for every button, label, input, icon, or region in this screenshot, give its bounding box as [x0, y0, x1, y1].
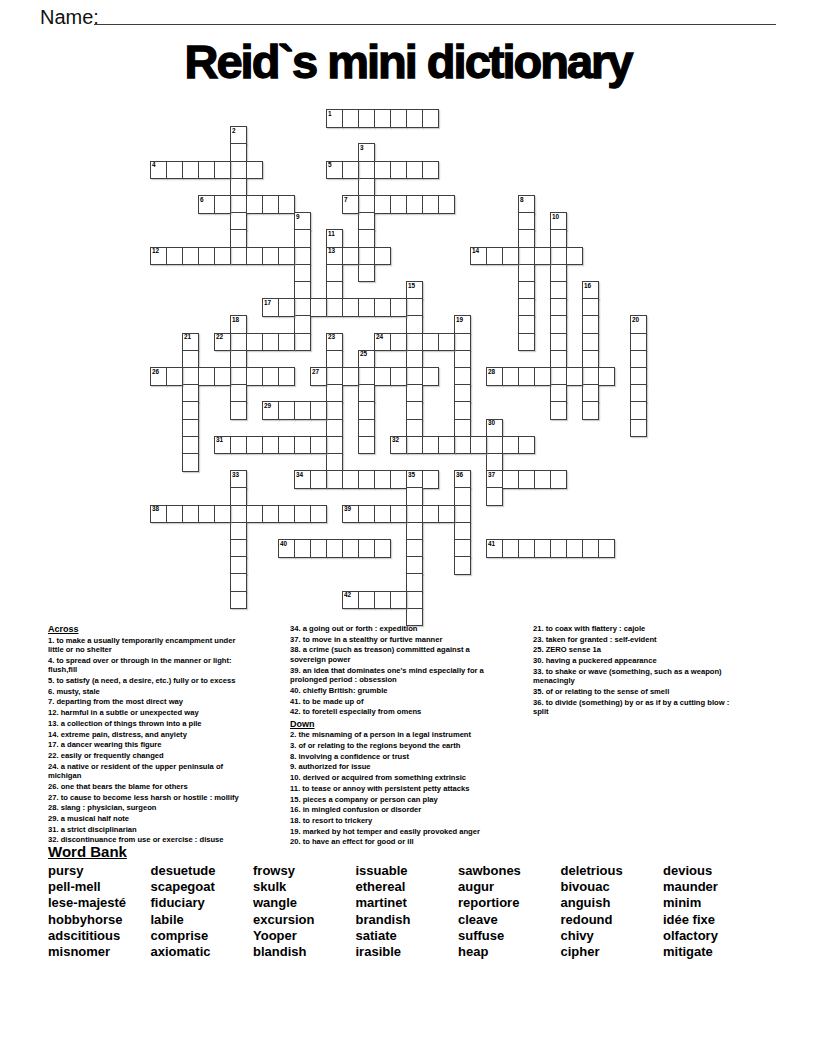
grid-cell[interactable] [582, 539, 599, 558]
grid-cell[interactable]: 21 [182, 333, 199, 352]
grid-cell[interactable] [358, 109, 375, 128]
grid-cell[interactable] [454, 419, 471, 438]
grid-cell[interactable] [326, 281, 343, 300]
grid-cell[interactable] [230, 436, 247, 455]
grid-cell[interactable] [358, 195, 375, 214]
grid-cell[interactable]: 40 [278, 539, 295, 558]
grid-cell[interactable] [326, 350, 343, 369]
clue-across-6: 6. musty, stale [48, 687, 308, 697]
grid-cell[interactable] [374, 367, 391, 386]
grid-cell[interactable] [310, 505, 327, 524]
grid-cell[interactable] [534, 539, 551, 558]
grid-cell[interactable]: 2 [230, 126, 247, 145]
grid-cell[interactable] [358, 247, 375, 266]
grid-cell[interactable]: 5 [326, 161, 343, 180]
grid-cell[interactable] [534, 247, 551, 266]
grid-cell[interactable] [406, 350, 423, 369]
grid-cell[interactable]: 39 [342, 505, 359, 524]
grid-cell[interactable] [502, 539, 519, 558]
grid-cell[interactable] [374, 298, 391, 317]
grid-cell[interactable] [406, 367, 423, 386]
grid-cell[interactable] [246, 505, 263, 524]
grid-cell[interactable]: 34 [294, 470, 311, 489]
grid-cell[interactable] [390, 505, 407, 524]
grid-cell[interactable] [358, 384, 375, 403]
grid-cell[interactable] [582, 350, 599, 369]
grid-cell[interactable]: 41 [486, 539, 503, 558]
grid-cell[interactable] [358, 401, 375, 420]
grid-cell[interactable] [406, 109, 423, 128]
clue-across-29: 29. a musical half note [48, 814, 308, 824]
clue-number: 37 [488, 471, 495, 478]
grid-cell[interactable] [214, 247, 231, 266]
grid-cell[interactable] [486, 453, 503, 472]
grid-cell[interactable] [454, 522, 471, 541]
grid-cell[interactable] [518, 229, 535, 248]
grid-cell[interactable]: 10 [550, 212, 567, 231]
grid-cell[interactable] [166, 161, 183, 180]
grid-cell[interactable] [326, 470, 343, 489]
grid-cell[interactable]: 30 [486, 419, 503, 438]
grid-cell[interactable] [294, 229, 311, 248]
grid-cell[interactable] [406, 401, 423, 420]
grid-cell[interactable] [502, 470, 519, 489]
across-clue-list-1: 1. to make a usually temporarily encampm… [48, 636, 308, 845]
grid-cell[interactable] [406, 384, 423, 403]
grid-cell[interactable]: 18 [230, 315, 247, 334]
grid-cell[interactable] [438, 333, 455, 352]
grid-cell[interactable] [406, 539, 423, 558]
grid-cell[interactable] [278, 298, 295, 317]
grid-cell[interactable] [214, 505, 231, 524]
grid-cell[interactable] [310, 298, 327, 317]
grid-cell[interactable] [630, 350, 647, 369]
grid-cell[interactable] [454, 367, 471, 386]
grid-cell[interactable] [230, 333, 247, 352]
grid-cell[interactable] [294, 281, 311, 300]
grid-cell[interactable] [182, 367, 199, 386]
grid-cell[interactable] [518, 436, 535, 455]
grid-cell[interactable] [438, 436, 455, 455]
grid-cell[interactable] [358, 264, 375, 283]
grid-cell[interactable] [326, 298, 343, 317]
grid-cell[interactable] [294, 298, 311, 317]
grid-cell[interactable]: 13 [326, 247, 343, 266]
grid-cell[interactable] [358, 161, 375, 180]
grid-cell[interactable] [630, 384, 647, 403]
grid-cell[interactable]: 14 [470, 247, 487, 266]
grid-cell[interactable]: 17 [262, 298, 279, 317]
grid-cell[interactable] [262, 436, 279, 455]
word-bank-item: reportiore [458, 895, 561, 911]
grid-cell[interactable] [278, 195, 295, 214]
grid-cell[interactable] [582, 401, 599, 420]
grid-cell[interactable] [230, 178, 247, 197]
grid-cell[interactable] [406, 591, 423, 610]
word-bank-item: desuetude [151, 863, 254, 879]
grid-cell[interactable] [230, 591, 247, 610]
grid-cell[interactable] [310, 401, 327, 420]
grid-cell[interactable] [518, 212, 535, 231]
grid-cell[interactable]: 20 [630, 315, 647, 334]
grid-cell[interactable] [230, 367, 247, 386]
grid-cell[interactable] [246, 436, 263, 455]
clue-across-17: 17. a dancer wearing this figure [48, 740, 308, 750]
grid-cell[interactable] [246, 333, 263, 352]
clue-across-31: 31. a strict disciplinarian [48, 825, 308, 835]
grid-cell[interactable] [358, 298, 375, 317]
grid-cell[interactable] [262, 247, 279, 266]
grid-cell[interactable] [582, 333, 599, 352]
grid-cell[interactable] [518, 539, 535, 558]
grid-cell[interactable] [550, 367, 567, 386]
grid-cell[interactable]: 38 [150, 505, 167, 524]
grid-cell[interactable]: 11 [326, 229, 343, 248]
grid-cell[interactable] [406, 161, 423, 180]
grid-cell[interactable] [246, 161, 263, 180]
grid-cell[interactable] [342, 470, 359, 489]
grid-cell[interactable] [630, 333, 647, 352]
grid-cell[interactable] [198, 367, 215, 386]
grid-cell[interactable] [358, 229, 375, 248]
grid-cell[interactable] [390, 367, 407, 386]
grid-cell[interactable] [598, 367, 615, 386]
grid-cell[interactable] [422, 161, 439, 180]
grid-cell[interactable] [390, 470, 407, 489]
grid-cell[interactable] [278, 401, 295, 420]
grid-cell[interactable] [326, 419, 343, 438]
grid-cell[interactable] [214, 161, 231, 180]
grid-cell[interactable]: 37 [486, 470, 503, 489]
grid-cell[interactable] [326, 453, 343, 472]
grid-cell[interactable]: 36 [454, 470, 471, 489]
grid-cell[interactable] [294, 505, 311, 524]
grid-cell[interactable] [550, 539, 567, 558]
grid-cell[interactable] [230, 573, 247, 592]
grid-cell[interactable] [214, 195, 231, 214]
grid-cell[interactable]: 19 [454, 315, 471, 334]
grid-cell[interactable] [262, 505, 279, 524]
grid-cell[interactable]: 1 [326, 109, 343, 128]
grid-cell[interactable] [454, 350, 471, 369]
grid-cell[interactable] [230, 522, 247, 541]
grid-cell[interactable] [550, 401, 567, 420]
grid-cell[interactable] [406, 487, 423, 506]
grid-cell[interactable] [358, 539, 375, 558]
grid-cell[interactable]: 25 [358, 350, 375, 369]
grid-cell[interactable] [486, 436, 503, 455]
grid-cell[interactable] [406, 419, 423, 438]
grid-cell[interactable] [182, 161, 199, 180]
grid-cell[interactable] [230, 229, 247, 248]
grid-cell[interactable] [406, 333, 423, 352]
grid-cell[interactable] [422, 436, 439, 455]
word-bank-item: lese-majesté [48, 895, 151, 911]
grid-cell[interactable] [294, 315, 311, 334]
grid-cell[interactable] [470, 436, 487, 455]
grid-cell[interactable] [326, 401, 343, 420]
grid-cell[interactable] [182, 350, 199, 369]
grid-cell[interactable] [374, 539, 391, 558]
grid-cell[interactable] [358, 470, 375, 489]
grid-cell[interactable] [566, 247, 583, 266]
grid-cell[interactable] [294, 401, 311, 420]
grid-cell[interactable] [342, 539, 359, 558]
grid-cell[interactable] [518, 247, 535, 266]
grid-cell[interactable] [406, 573, 423, 592]
grid-cell[interactable] [326, 264, 343, 283]
grid-cell[interactable] [630, 401, 647, 420]
grid-cell[interactable] [566, 539, 583, 558]
grid-cell[interactable] [342, 298, 359, 317]
grid-cell[interactable]: 16 [582, 281, 599, 300]
grid-cell[interactable] [518, 333, 535, 352]
grid-cell[interactable] [182, 453, 199, 472]
grid-cell[interactable]: 7 [342, 195, 359, 214]
grid-cell[interactable] [454, 333, 471, 352]
grid-cell[interactable] [294, 333, 311, 352]
grid-cell[interactable] [550, 281, 567, 300]
grid-cell[interactable] [518, 315, 535, 334]
grid-cell[interactable] [198, 505, 215, 524]
grid-cell[interactable] [278, 247, 295, 266]
grid-cell[interactable]: 6 [198, 195, 215, 214]
grid-cell[interactable] [166, 247, 183, 266]
grid-cell[interactable] [310, 436, 327, 455]
grid-cell[interactable] [486, 247, 503, 266]
grid-cell[interactable] [598, 539, 615, 558]
grid-cell[interactable]: 29 [262, 401, 279, 420]
grid-cell[interactable] [230, 556, 247, 575]
grid-cell[interactable] [246, 367, 263, 386]
grid-cell[interactable] [534, 470, 551, 489]
grid-cell[interactable] [230, 143, 247, 162]
word-bank-item: chivy [561, 928, 664, 944]
grid-cell[interactable] [294, 436, 311, 455]
grid-cell[interactable] [182, 505, 199, 524]
grid-cell[interactable] [326, 436, 343, 455]
name-field[interactable] [94, 23, 776, 25]
grid-cell[interactable] [518, 470, 535, 489]
grid-cell[interactable] [182, 384, 199, 403]
grid-cell[interactable] [550, 350, 567, 369]
grid-cell[interactable] [374, 591, 391, 610]
grid-cell[interactable] [406, 298, 423, 317]
grid-cell[interactable] [518, 367, 535, 386]
grid-cell[interactable]: 24 [374, 333, 391, 352]
grid-cell[interactable]: 8 [518, 195, 535, 214]
grid-cell[interactable] [630, 419, 647, 438]
grid-cell[interactable]: 27 [310, 367, 327, 386]
grid-cell[interactable] [278, 333, 295, 352]
grid-cell[interactable] [230, 195, 247, 214]
grid-cell[interactable] [294, 264, 311, 283]
grid-cell[interactable] [374, 247, 391, 266]
grid-cell[interactable] [358, 212, 375, 231]
grid-cell[interactable] [374, 470, 391, 489]
grid-cell[interactable]: 28 [486, 367, 503, 386]
grid-cell[interactable] [422, 367, 439, 386]
grid-cell[interactable] [374, 109, 391, 128]
grid-cell[interactable] [630, 367, 647, 386]
grid-cell[interactable] [262, 195, 279, 214]
grid-cell[interactable] [342, 109, 359, 128]
grid-cell[interactable] [230, 247, 247, 266]
grid-cell[interactable] [422, 470, 439, 489]
grid-cell[interactable]: 42 [342, 591, 359, 610]
grid-cell[interactable] [582, 384, 599, 403]
grid-cell[interactable] [278, 367, 295, 386]
grid-cell[interactable] [230, 401, 247, 420]
grid-cell[interactable] [518, 264, 535, 283]
grid-cell[interactable] [550, 315, 567, 334]
grid-cell[interactable] [534, 367, 551, 386]
grid-cell[interactable] [278, 436, 295, 455]
grid-cell[interactable] [358, 591, 375, 610]
grid-cell[interactable] [182, 247, 199, 266]
grid-cell[interactable]: 32 [390, 436, 407, 455]
grid-cell[interactable] [422, 195, 439, 214]
grid-cell[interactable] [390, 161, 407, 180]
grid-cell[interactable] [438, 195, 455, 214]
grid-cell[interactable] [278, 505, 295, 524]
grid-cell[interactable] [262, 367, 279, 386]
grid-cell[interactable] [246, 247, 263, 266]
grid-cell[interactable] [454, 436, 471, 455]
grid-cell[interactable] [550, 470, 567, 489]
grid-cell[interactable] [358, 178, 375, 197]
grid-cell[interactable] [358, 367, 375, 386]
grid-cell[interactable] [582, 367, 599, 386]
grid-cell[interactable] [166, 367, 183, 386]
grid-cell[interactable] [182, 436, 199, 455]
grid-cell[interactable] [374, 505, 391, 524]
word-bank-item: axiomatic [151, 944, 254, 960]
grid-cell[interactable] [294, 539, 311, 558]
grid-cell[interactable] [230, 384, 247, 403]
grid-cell[interactable] [550, 229, 567, 248]
grid-cell[interactable] [454, 556, 471, 575]
grid-cell[interactable] [406, 195, 423, 214]
grid-cell[interactable] [422, 505, 439, 524]
grid-cell[interactable] [198, 247, 215, 266]
grid-cell[interactable] [342, 247, 359, 266]
grid-cell[interactable] [422, 109, 439, 128]
grid-cell[interactable] [518, 298, 535, 317]
grid-cell[interactable] [294, 247, 311, 266]
grid-cell[interactable]: 12 [150, 247, 167, 266]
grid-cell[interactable] [550, 384, 567, 403]
grid-cell[interactable] [358, 419, 375, 438]
grid-cell[interactable] [582, 298, 599, 317]
grid-cell[interactable] [182, 401, 199, 420]
grid-cell[interactable] [550, 247, 567, 266]
grid-cell[interactable] [486, 487, 503, 506]
grid-cell[interactable] [374, 161, 391, 180]
word-bank-item: cleave [458, 912, 561, 928]
clue-across-28: 28. slang : physician, surgeon [48, 803, 308, 813]
grid-cell[interactable] [406, 522, 423, 541]
grid-cell[interactable] [262, 333, 279, 352]
grid-cell[interactable] [566, 367, 583, 386]
grid-cell[interactable] [214, 367, 231, 386]
grid-cell[interactable]: 33 [230, 470, 247, 489]
grid-cell[interactable] [582, 315, 599, 334]
grid-cell[interactable] [390, 298, 407, 317]
grid-cell[interactable] [550, 264, 567, 283]
grid-cell[interactable] [358, 436, 375, 455]
grid-cell[interactable] [438, 505, 455, 524]
grid-cell[interactable] [230, 487, 247, 506]
grid-cell[interactable] [550, 333, 567, 352]
clue-across-12: 12. harmful in a subtle or unexpected wa… [48, 708, 308, 718]
grid-cell[interactable] [502, 367, 519, 386]
grid-cell[interactable] [406, 315, 423, 334]
grid-cell[interactable] [502, 247, 519, 266]
grid-cell[interactable]: 9 [294, 212, 311, 231]
grid-cell[interactable] [310, 539, 327, 558]
grid-cell[interactable] [358, 505, 375, 524]
grid-cell[interactable] [454, 539, 471, 558]
grid-cell[interactable] [502, 436, 519, 455]
grid-cell[interactable] [182, 419, 199, 438]
grid-cell[interactable] [326, 384, 343, 403]
grid-cell[interactable] [326, 539, 343, 558]
grid-cell[interactable] [390, 195, 407, 214]
grid-cell[interactable] [230, 212, 247, 231]
grid-cell[interactable] [406, 505, 423, 524]
grid-cell[interactable] [230, 539, 247, 558]
grid-cell[interactable] [342, 367, 359, 386]
grid-cell[interactable] [454, 401, 471, 420]
grid-cell[interactable]: 4 [150, 161, 167, 180]
grid-cell[interactable] [454, 487, 471, 506]
grid-cell[interactable]: 15 [406, 281, 423, 300]
grid-cell[interactable] [390, 109, 407, 128]
grid-cell[interactable] [390, 591, 407, 610]
grid-cell[interactable] [246, 195, 263, 214]
grid-cell[interactable] [454, 505, 471, 524]
clue-number: 28 [488, 368, 495, 375]
word-bank-item: idée fixe [663, 912, 766, 928]
grid-cell[interactable] [166, 505, 183, 524]
grid-cell[interactable] [454, 384, 471, 403]
grid-cell[interactable]: 3 [358, 143, 375, 162]
grid-cell[interactable] [230, 161, 247, 180]
grid-cell[interactable]: 23 [326, 333, 343, 352]
grid-cell[interactable] [406, 436, 423, 455]
grid-cell[interactable] [310, 470, 327, 489]
grid-cell[interactable] [518, 281, 535, 300]
grid-cell[interactable] [342, 161, 359, 180]
grid-cell[interactable] [198, 161, 215, 180]
grid-cell[interactable] [422, 333, 439, 352]
grid-cell[interactable] [374, 195, 391, 214]
clue-down-8: 8. involving a confidence or trust [290, 752, 550, 762]
grid-cell[interactable]: 26 [150, 367, 167, 386]
grid-cell[interactable]: 35 [406, 470, 423, 489]
clue-down-35: 35. of or relating to the sense of smell [533, 687, 803, 697]
grid-cell[interactable] [326, 367, 343, 386]
grid-cell[interactable] [230, 505, 247, 524]
grid-cell[interactable] [550, 298, 567, 317]
grid-cell[interactable] [390, 333, 407, 352]
clue-number: 40 [280, 540, 287, 547]
grid-cell[interactable]: 22 [214, 333, 231, 352]
grid-cell[interactable] [230, 350, 247, 369]
grid-cell[interactable]: 31 [214, 436, 231, 455]
grid-cell[interactable] [406, 556, 423, 575]
